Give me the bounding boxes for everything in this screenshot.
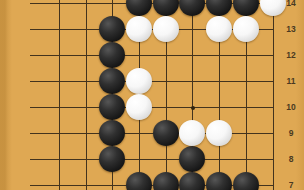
row-label-14: 14 <box>280 0 302 8</box>
grid-hline-8 <box>30 159 274 160</box>
row-label-12: 12 <box>280 50 302 60</box>
row-label-13: 13 <box>280 24 302 34</box>
row-label-11: 11 <box>280 76 302 86</box>
stone-black-S7[interactable] <box>233 172 259 190</box>
grid-vline-T <box>273 0 274 190</box>
grid-hline-12 <box>30 55 274 56</box>
stone-white-O13[interactable] <box>126 16 152 42</box>
grid-vline-L <box>59 0 60 190</box>
row-label-10: 10 <box>280 102 302 112</box>
stone-white-O10[interactable] <box>126 94 152 120</box>
stone-white-P13[interactable] <box>153 16 179 42</box>
stone-white-R13[interactable] <box>206 16 232 42</box>
row-label-9: 9 <box>280 128 302 138</box>
go-board-view: 1413121110987 <box>0 0 304 190</box>
stone-black-P9[interactable] <box>153 120 179 146</box>
stone-white-S13[interactable] <box>233 16 259 42</box>
grid-hline-9 <box>30 133 274 134</box>
stone-white-R9[interactable] <box>206 120 232 146</box>
stone-white-O11[interactable] <box>126 68 152 94</box>
grid-vline-M <box>86 0 87 190</box>
stone-black-P7[interactable] <box>153 172 179 190</box>
star-point-Q10 <box>191 106 195 110</box>
row-label-8: 8 <box>280 154 302 164</box>
row-label-7: 7 <box>280 180 302 190</box>
